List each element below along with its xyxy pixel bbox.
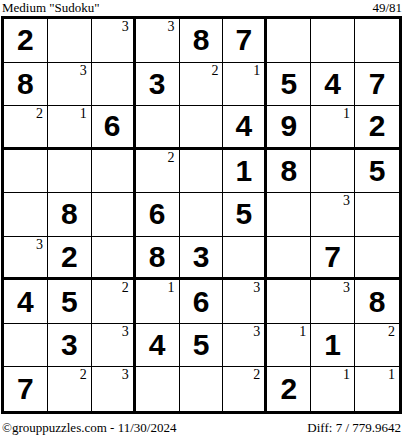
cell-value: 5 [48,280,91,323]
cell-value: 8 [4,63,47,106]
cell-r8c2[interactable]: 3 [48,324,92,368]
copyright-date-text: ©grouppuzzles.com - 11/30/2024 [2,421,176,435]
cell-r1c5[interactable]: 8 [180,19,224,63]
cell-value: 8 [180,19,223,62]
cell-value: 6 [136,193,179,236]
pencil-mark: 3 [253,324,260,339]
cell-r7c3[interactable]: 2 [92,280,136,324]
cell-r7c1[interactable]: 4 [4,280,48,324]
cell-r2c2[interactable]: 3 [48,63,92,107]
pencil-mark: 2 [168,150,175,165]
cell-r3c8[interactable]: 1 [311,106,355,150]
cell-value: 3 [48,324,91,367]
cell-r4c8[interactable] [311,150,355,194]
cell-r7c5[interactable]: 6 [180,280,224,324]
cell-value: 8 [267,150,310,193]
header: Medium "Sudoku" 49/81 [0,0,403,16]
cell-value: 2 [4,19,47,62]
cell-value: 7 [223,19,264,62]
cell-r2c8[interactable]: 4 [311,63,355,107]
cell-value: 3 [136,63,179,106]
cell-r7c6[interactable]: 3 [223,280,267,324]
pencil-mark: 1 [253,63,260,78]
cell-r3c4[interactable] [136,106,180,150]
cell-r5c3[interactable] [92,193,136,237]
cell-r6c4[interactable]: 8 [136,237,180,281]
cell-value: 4 [311,63,354,106]
cell-r6c3[interactable] [92,237,136,281]
pencil-mark: 3 [122,324,129,339]
cell-value: 4 [223,106,264,147]
cell-value: 8 [355,280,399,323]
cell-r3c9[interactable]: 2 [355,106,399,150]
cell-r6c6[interactable] [223,237,267,281]
cell-r8c4[interactable]: 4 [136,324,180,368]
cell-value: 7 [4,367,47,411]
cell-r5c6[interactable]: 5 [223,193,267,237]
cell-value: 2 [48,237,91,278]
cell-r5c5[interactable] [180,193,224,237]
cell-value: 3 [180,237,223,278]
cell-r8c8[interactable]: 1 [311,324,355,368]
pencil-mark: 1 [343,106,350,121]
cells-remaining-counter: 49/81 [372,1,402,15]
cell-r4c1[interactable] [4,150,48,194]
cell-r5c8[interactable]: 3 [311,193,355,237]
cell-r5c1[interactable] [4,193,48,237]
difficulty-rating-text: Diff: 7 / 779.9642 [307,421,401,435]
cell-r8c9[interactable]: 2 [355,324,399,368]
cell-value: 7 [311,237,354,278]
cell-value: 9 [267,106,310,147]
cell-r8c1[interactable] [4,324,48,368]
pencil-mark: 2 [253,367,260,382]
cell-r9c9[interactable]: 1 [355,367,399,411]
cell-r8c6[interactable]: 3 [223,324,267,368]
pencil-mark: 3 [80,63,87,78]
cell-value: 1 [223,150,264,193]
cell-r4c3[interactable] [92,150,136,194]
cell-r4c7[interactable]: 8 [267,150,311,194]
pencil-mark: 3 [168,19,175,34]
pencil-mark: 1 [299,324,306,339]
sudoku-board: 2338783321547216491221858653328374521633… [1,16,402,414]
cell-r9c8[interactable]: 1 [311,367,355,411]
cell-r1c7[interactable] [267,19,311,63]
cell-r4c6[interactable]: 1 [223,150,267,194]
cell-r9c6[interactable]: 2 [223,367,267,411]
cell-value: 5 [180,324,223,367]
cell-r9c2[interactable]: 2 [48,367,92,411]
cell-value: 5 [223,193,264,236]
cell-r1c3[interactable]: 3 [92,19,136,63]
cell-r1c4[interactable]: 3 [136,19,180,63]
cell-r2c9[interactable]: 7 [355,63,399,107]
cell-r1c9[interactable] [355,19,399,63]
cell-r3c5[interactable] [180,106,224,150]
cell-r7c4[interactable]: 1 [136,280,180,324]
cell-r7c8[interactable]: 3 [311,280,355,324]
cell-value: 5 [355,150,399,193]
pencil-mark: 3 [343,193,350,208]
pencil-mark: 1 [388,367,395,382]
cell-r1c1[interactable]: 2 [4,19,48,63]
pencil-mark: 3 [253,280,260,295]
cell-value: 4 [4,280,47,323]
cell-r2c7[interactable]: 5 [267,63,311,107]
pencil-mark: 2 [36,106,43,121]
cell-r9c3[interactable]: 3 [92,367,136,411]
cell-r4c4[interactable]: 2 [136,150,180,194]
cell-r1c2[interactable] [48,19,92,63]
pencil-mark: 3 [122,367,129,382]
cell-r6c8[interactable]: 7 [311,237,355,281]
pencil-mark: 2 [80,367,87,382]
cell-r7c2[interactable]: 5 [48,280,92,324]
cell-r9c7[interactable]: 2 [267,367,311,411]
cell-value: 2 [355,106,399,147]
cell-r6c2[interactable]: 2 [48,237,92,281]
cell-r8c3[interactable]: 3 [92,324,136,368]
cell-value: 7 [355,63,399,106]
cell-r8c5[interactable]: 5 [180,324,224,368]
cell-r6c9[interactable] [355,237,399,281]
cell-r3c6[interactable]: 4 [223,106,267,150]
pencil-mark: 1 [80,106,87,121]
pencil-mark: 1 [168,280,175,295]
cell-r6c5[interactable]: 3 [180,237,224,281]
cell-r3c7[interactable]: 9 [267,106,311,150]
cell-r9c1[interactable]: 7 [4,367,48,411]
cell-r2c4[interactable]: 3 [136,63,180,107]
sudoku-page: Medium "Sudoku" 49/81 233878332154721649… [0,0,403,437]
pencil-mark: 3 [122,19,129,34]
cell-r1c6[interactable]: 7 [223,19,267,63]
cell-value: 8 [48,193,91,236]
cell-r2c1[interactable]: 8 [4,63,48,107]
cell-r1c8[interactable] [311,19,355,63]
cell-value: 4 [136,324,179,367]
cell-r3c1[interactable]: 2 [4,106,48,150]
cell-r5c7[interactable] [267,193,311,237]
cell-r3c2[interactable]: 1 [48,106,92,150]
cell-r9c4[interactable] [136,367,180,411]
cell-r5c4[interactable]: 6 [136,193,180,237]
footer: ©grouppuzzles.com - 11/30/2024 Diff: 7 /… [0,421,403,435]
cell-r6c1[interactable]: 3 [4,237,48,281]
cell-r4c9[interactable]: 5 [355,150,399,194]
pencil-mark: 2 [122,280,129,295]
cell-r6c7[interactable] [267,237,311,281]
page-title: Medium "Sudoku" [2,1,100,15]
cell-value: 6 [180,280,223,323]
pencil-mark: 3 [36,237,43,252]
cell-r2c6[interactable]: 1 [223,63,267,107]
pencil-mark: 2 [388,324,395,339]
cell-r2c5[interactable]: 2 [180,63,224,107]
cell-r4c2[interactable] [48,150,92,194]
cell-r4c5[interactable] [180,150,224,194]
cell-value: 5 [267,63,310,106]
cell-r7c9[interactable]: 8 [355,280,399,324]
pencil-mark: 1 [343,367,350,382]
cell-r9c5[interactable] [180,367,224,411]
pencil-mark: 2 [211,63,218,78]
cell-r5c2[interactable]: 8 [48,193,92,237]
cell-value: 1 [311,324,354,367]
cell-r7c7[interactable] [267,280,311,324]
cell-r8c7[interactable]: 1 [267,324,311,368]
cell-value: 2 [267,367,310,411]
cell-r2c3[interactable] [92,63,136,107]
cell-r5c9[interactable] [355,193,399,237]
cell-value: 8 [136,237,179,278]
cell-value: 6 [92,106,133,147]
cell-r3c3[interactable]: 6 [92,106,136,150]
pencil-mark: 3 [343,280,350,295]
